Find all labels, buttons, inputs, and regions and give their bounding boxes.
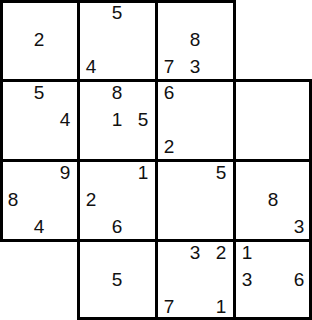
cell-r1c7 <box>156 0 183 28</box>
cell-r8c11: 8 <box>260 187 287 215</box>
cell-r5c3: 4 <box>52 107 79 135</box>
cell-r11c7 <box>156 267 183 295</box>
cell-r4c3 <box>52 80 79 108</box>
cell-r8c3 <box>52 187 79 215</box>
cell-r10c4 <box>78 240 105 268</box>
cell-r11c10: 3 <box>234 267 261 295</box>
cell-r4c8 <box>182 80 209 108</box>
cell-r5c1 <box>0 107 27 135</box>
cell-r9c10 <box>234 213 261 241</box>
cell-r5c11 <box>260 107 287 135</box>
cell-r8c6 <box>130 187 157 215</box>
cell-r5c9 <box>208 107 235 135</box>
cell-r7c8 <box>182 160 209 188</box>
cell-r8c8 <box>182 187 209 215</box>
cell-r6c2 <box>26 133 53 161</box>
cell-r4c7: 6 <box>156 80 183 108</box>
cell-r8c9 <box>208 187 235 215</box>
cell-r2c9 <box>208 27 235 55</box>
cell-r10c10: 1 <box>234 240 261 268</box>
cell-r12c4 <box>78 293 105 320</box>
cell-r9c3 <box>52 213 79 241</box>
cell-r4c9 <box>208 80 235 108</box>
cell-r7c9: 5 <box>208 160 235 188</box>
cell-r10c6 <box>130 240 157 268</box>
cell-r3c9 <box>208 53 235 81</box>
cell-r5c7 <box>156 107 183 135</box>
cell-r3c7: 7 <box>156 53 183 81</box>
cell-r11c6 <box>130 267 157 295</box>
cell-r8c2 <box>26 187 53 215</box>
cell-r8c7 <box>156 187 183 215</box>
cell-r2c3 <box>52 27 79 55</box>
cell-r12c7: 7 <box>156 293 183 320</box>
cell-r5c2 <box>26 107 53 135</box>
cell-r6c3 <box>52 133 79 161</box>
cell-r12c8 <box>182 293 209 320</box>
cell-r6c8 <box>182 133 209 161</box>
cell-r3c2 <box>26 53 53 81</box>
cell-r2c2: 2 <box>26 27 53 55</box>
cell-r2c7 <box>156 27 183 55</box>
cell-r9c5: 6 <box>104 213 131 241</box>
cell-r3c6 <box>130 53 157 81</box>
cell-r5c8 <box>182 107 209 135</box>
cell-r6c10 <box>234 133 261 161</box>
box-border-line-horizontal <box>0 239 312 242</box>
sudoku-board: 528473586415291582846332153671 <box>0 0 312 320</box>
cell-r5c6: 5 <box>130 107 157 135</box>
cell-r8c1: 8 <box>0 187 27 215</box>
cell-r10c9: 2 <box>208 240 235 268</box>
cell-r9c7 <box>156 213 183 241</box>
cell-r9c6 <box>130 213 157 241</box>
cell-r9c4 <box>78 213 105 241</box>
cell-r7c7 <box>156 160 183 188</box>
cell-r8c5 <box>104 187 131 215</box>
cell-r12c5 <box>104 293 131 320</box>
cell-r3c4: 4 <box>78 53 105 81</box>
box-border-line-horizontal <box>0 79 312 82</box>
cell-r10c8: 3 <box>182 240 209 268</box>
box-border-line-horizontal <box>0 0 236 3</box>
cell-r8c10 <box>234 187 261 215</box>
cell-r11c4 <box>78 267 105 295</box>
cell-r6c11 <box>260 133 287 161</box>
cell-r4c2: 5 <box>26 80 53 108</box>
cell-r1c9 <box>208 0 235 28</box>
cell-r11c9 <box>208 267 235 295</box>
cell-r12c6 <box>130 293 157 320</box>
cell-r9c9 <box>208 213 235 241</box>
cell-r1c5: 5 <box>104 0 131 28</box>
cell-r5c10 <box>234 107 261 135</box>
cell-r2c5 <box>104 27 131 55</box>
cell-r4c6 <box>130 80 157 108</box>
cell-r11c5: 5 <box>104 267 131 295</box>
cell-r4c1 <box>0 80 27 108</box>
cell-r7c6: 1 <box>130 160 157 188</box>
cell-r7c2 <box>26 160 53 188</box>
box-border-line-horizontal <box>0 159 312 162</box>
cell-r1c2 <box>26 0 53 28</box>
cell-r4c5: 8 <box>104 80 131 108</box>
cell-r7c5 <box>104 160 131 188</box>
cell-r6c5 <box>104 133 131 161</box>
cell-r4c11 <box>260 80 287 108</box>
cell-r4c10 <box>234 80 261 108</box>
cell-r7c4 <box>78 160 105 188</box>
cell-r10c11 <box>260 240 287 268</box>
box-border-line-vertical <box>0 0 3 242</box>
cell-r10c5 <box>104 240 131 268</box>
cell-r1c3 <box>52 0 79 28</box>
cell-r3c1 <box>0 53 27 81</box>
cell-r6c9 <box>208 133 235 161</box>
cell-r5c5: 1 <box>104 107 131 135</box>
cell-r4c4 <box>78 80 105 108</box>
cell-r6c6 <box>130 133 157 161</box>
cell-r6c4 <box>78 133 105 161</box>
cell-r1c1 <box>0 0 27 28</box>
cell-r7c10 <box>234 160 261 188</box>
cell-r8c4: 2 <box>78 187 105 215</box>
cell-r11c8 <box>182 267 209 295</box>
cell-r7c3: 9 <box>52 160 79 188</box>
cell-r6c7: 2 <box>156 133 183 161</box>
cell-r9c1 <box>0 213 27 241</box>
cell-r3c8: 3 <box>182 53 209 81</box>
cell-r11c11 <box>260 267 287 295</box>
cell-r12c11 <box>260 293 287 320</box>
cell-r5c4 <box>78 107 105 135</box>
cell-r9c8 <box>182 213 209 241</box>
cell-r3c5 <box>104 53 131 81</box>
cell-r1c4 <box>78 0 105 28</box>
cell-r7c1 <box>0 160 27 188</box>
cell-r10c7 <box>156 240 183 268</box>
cell-r2c6 <box>130 27 157 55</box>
cell-r9c2: 4 <box>26 213 53 241</box>
cell-r3c3 <box>52 53 79 81</box>
cell-r9c11 <box>260 213 287 241</box>
cell-r12c10 <box>234 293 261 320</box>
cell-r1c6 <box>130 0 157 28</box>
cell-r12c9: 1 <box>208 293 235 320</box>
box-border-line-vertical <box>309 79 312 320</box>
cell-r2c4 <box>78 27 105 55</box>
cell-r2c1 <box>0 27 27 55</box>
cell-r1c8 <box>182 0 209 28</box>
cell-r2c8: 8 <box>182 27 209 55</box>
cell-r6c1 <box>0 133 27 161</box>
cell-r7c11 <box>260 160 287 188</box>
